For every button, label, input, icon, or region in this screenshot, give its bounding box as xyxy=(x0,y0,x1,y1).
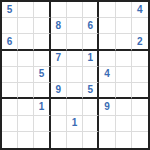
cell-r3c7[interactable] xyxy=(99,34,115,50)
cell-r7c4[interactable] xyxy=(51,99,67,115)
cell-r3c2[interactable] xyxy=(18,34,34,50)
cell-r1c1-given[interactable]: 5 xyxy=(2,2,18,18)
cell-r2c9[interactable] xyxy=(132,18,148,34)
cell-r2c5[interactable] xyxy=(67,18,83,34)
cell-r2c2[interactable] xyxy=(18,18,34,34)
cell-r3c8[interactable] xyxy=(116,34,132,50)
cell-r4c8[interactable] xyxy=(116,51,132,67)
cell-r5c6[interactable] xyxy=(83,67,99,83)
cell-r7c9[interactable] xyxy=(132,99,148,115)
cell-r1c3[interactable] xyxy=(34,2,50,18)
cell-r6c8[interactable] xyxy=(116,83,132,99)
cell-r6c2[interactable] xyxy=(18,83,34,99)
cell-r4c5[interactable] xyxy=(67,51,83,67)
cell-r4c3[interactable] xyxy=(34,51,50,67)
cell-r3c5[interactable] xyxy=(67,34,83,50)
cell-r4c1[interactable] xyxy=(2,51,18,67)
cell-r9c6[interactable] xyxy=(83,132,99,148)
cell-r6c4-given[interactable]: 9 xyxy=(51,83,67,99)
cell-r3c1-given[interactable]: 6 xyxy=(2,34,18,50)
cell-r8c5-given[interactable]: 1 xyxy=(67,116,83,132)
cell-r5c5[interactable] xyxy=(67,67,83,83)
cell-r3c9-given[interactable]: 2 xyxy=(132,34,148,50)
cell-r8c8[interactable] xyxy=(116,116,132,132)
cell-r7c6[interactable] xyxy=(83,99,99,115)
cell-r4c7[interactable] xyxy=(99,51,115,67)
cell-r6c3[interactable] xyxy=(34,83,50,99)
cell-r5c8[interactable] xyxy=(116,67,132,83)
cell-r5c1[interactable] xyxy=(2,67,18,83)
cell-r9c1[interactable] xyxy=(2,132,18,148)
cell-r6c5[interactable] xyxy=(67,83,83,99)
cell-r9c7[interactable] xyxy=(99,132,115,148)
cell-r1c2[interactable] xyxy=(18,2,34,18)
cell-r1c6[interactable] xyxy=(83,2,99,18)
cell-r8c3[interactable] xyxy=(34,116,50,132)
cell-r6c1[interactable] xyxy=(2,83,18,99)
cell-r2c1[interactable] xyxy=(2,18,18,34)
cell-r7c3-given[interactable]: 1 xyxy=(34,99,50,115)
cell-r1c9-given[interactable]: 4 xyxy=(132,2,148,18)
cell-r1c7[interactable] xyxy=(99,2,115,18)
cell-r7c5[interactable] xyxy=(67,99,83,115)
cell-r1c8[interactable] xyxy=(116,2,132,18)
cell-r2c7[interactable] xyxy=(99,18,115,34)
cell-r2c8[interactable] xyxy=(116,18,132,34)
cell-r2c4-given[interactable]: 8 xyxy=(51,18,67,34)
cell-r8c1[interactable] xyxy=(2,116,18,132)
cell-r5c4[interactable] xyxy=(51,67,67,83)
cell-r9c2[interactable] xyxy=(18,132,34,148)
cell-r7c1[interactable] xyxy=(2,99,18,115)
cell-r3c6[interactable] xyxy=(83,34,99,50)
cell-r1c4[interactable] xyxy=(51,2,67,18)
cell-r3c4[interactable] xyxy=(51,34,67,50)
cell-r4c4-given[interactable]: 7 xyxy=(51,51,67,67)
cell-r2c6-given[interactable]: 6 xyxy=(83,18,99,34)
cell-r9c8[interactable] xyxy=(116,132,132,148)
cell-r8c2[interactable] xyxy=(18,116,34,132)
cell-r2c3[interactable] xyxy=(34,18,50,34)
cell-r6c7[interactable] xyxy=(99,83,115,99)
cell-r6c6-given[interactable]: 5 xyxy=(83,83,99,99)
cell-r9c4[interactable] xyxy=(51,132,67,148)
sudoku-board: 548662715495191 xyxy=(0,0,150,150)
cell-r4c2[interactable] xyxy=(18,51,34,67)
cell-r9c9[interactable] xyxy=(132,132,148,148)
cell-r4c9[interactable] xyxy=(132,51,148,67)
cell-r8c7[interactable] xyxy=(99,116,115,132)
cell-r5c7-given[interactable]: 4 xyxy=(99,67,115,83)
cell-r5c3-given[interactable]: 5 xyxy=(34,67,50,83)
cell-r3c3[interactable] xyxy=(34,34,50,50)
cell-r7c7-given[interactable]: 9 xyxy=(99,99,115,115)
cell-r1c5[interactable] xyxy=(67,2,83,18)
cell-r5c9[interactable] xyxy=(132,67,148,83)
cell-r8c4[interactable] xyxy=(51,116,67,132)
cell-r6c9[interactable] xyxy=(132,83,148,99)
cell-r8c6[interactable] xyxy=(83,116,99,132)
cell-r9c3[interactable] xyxy=(34,132,50,148)
cell-r7c8[interactable] xyxy=(116,99,132,115)
cell-r4c6-given[interactable]: 1 xyxy=(83,51,99,67)
cell-r7c2[interactable] xyxy=(18,99,34,115)
cell-r5c2[interactable] xyxy=(18,67,34,83)
cell-r9c5[interactable] xyxy=(67,132,83,148)
cell-r8c9[interactable] xyxy=(132,116,148,132)
